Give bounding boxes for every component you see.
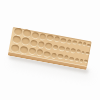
pit-r1c11[interactable] (85, 52, 89, 56)
pit-r2c2[interactable] (28, 47, 37, 56)
pit-r0c11[interactable] (87, 43, 91, 47)
pit-r1c3[interactable] (37, 41, 45, 49)
pit-r2c9[interactable] (74, 58, 79, 63)
pit-r2c1[interactable] (19, 45, 28, 54)
pit-r2c11[interactable] (84, 60, 88, 64)
pit-r0c6[interactable] (60, 38, 66, 44)
pit-r1c6[interactable] (59, 46, 65, 52)
pit-r0c7[interactable] (66, 39, 72, 45)
pit-r2c6[interactable] (57, 54, 63, 60)
pit-r0c4[interactable] (47, 35, 54, 42)
pit-r2c10[interactable] (79, 59, 83, 63)
pit-r2c7[interactable] (63, 55, 69, 61)
pit-r0c9[interactable] (77, 41, 82, 46)
pit-r2c8[interactable] (69, 56, 74, 61)
pit-r1c5[interactable] (52, 44, 59, 51)
pit-r0c8[interactable] (72, 40, 77, 45)
pit-r1c4[interactable] (45, 43, 52, 50)
pit-r1c8[interactable] (71, 48, 76, 53)
pit-r1c9[interactable] (76, 49, 81, 54)
pit-r2c3[interactable] (36, 49, 44, 57)
pit-r0c3[interactable] (39, 33, 47, 41)
board (8, 27, 92, 70)
scene: { "game": "mancala-style wooden board / … (0, 0, 100, 100)
pit-r2c4[interactable] (44, 51, 51, 58)
pit-r2c0[interactable] (10, 44, 19, 53)
pit-r2c5[interactable] (51, 52, 58, 59)
